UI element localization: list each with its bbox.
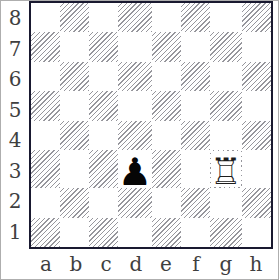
square-g4[interactable] xyxy=(210,121,242,150)
square-h2[interactable] xyxy=(242,188,271,217)
file-label-e: e xyxy=(151,249,181,279)
square-b4[interactable] xyxy=(60,121,89,150)
square-e8[interactable] xyxy=(152,3,181,32)
square-b3[interactable] xyxy=(60,150,89,188)
rank-label-7: 7 xyxy=(1,34,29,65)
square-h3[interactable] xyxy=(242,150,271,188)
square-h4[interactable] xyxy=(242,121,271,150)
square-h5[interactable] xyxy=(242,91,271,120)
square-f5[interactable] xyxy=(181,91,210,120)
square-e2[interactable] xyxy=(152,188,181,217)
square-b5[interactable] xyxy=(60,91,89,120)
square-c5[interactable] xyxy=(89,91,118,120)
square-a7[interactable] xyxy=(31,32,60,61)
square-d3[interactable]: ♟ xyxy=(118,150,152,188)
square-b8[interactable] xyxy=(60,3,89,32)
square-g1[interactable] xyxy=(210,218,242,247)
square-a4[interactable] xyxy=(31,121,60,150)
square-g8[interactable] xyxy=(210,3,242,32)
square-a3[interactable] xyxy=(31,150,60,188)
square-h1[interactable] xyxy=(242,218,271,247)
square-b6[interactable] xyxy=(60,62,89,91)
square-e4[interactable] xyxy=(152,121,181,150)
file-label-a: a xyxy=(31,249,61,279)
square-f2[interactable] xyxy=(181,188,210,217)
square-f1[interactable] xyxy=(181,218,210,247)
square-e1[interactable] xyxy=(152,218,181,247)
rank-label-4: 4 xyxy=(1,125,29,156)
rank-label-2: 2 xyxy=(1,186,29,217)
file-label-g: g xyxy=(211,249,241,279)
rank-label-6: 6 xyxy=(1,64,29,95)
file-label-h: h xyxy=(241,249,271,279)
square-f4[interactable] xyxy=(181,121,210,150)
square-e7[interactable] xyxy=(152,32,181,61)
square-f6[interactable] xyxy=(181,62,210,91)
square-d5[interactable] xyxy=(118,91,152,120)
square-h7[interactable] xyxy=(242,32,271,61)
square-c1[interactable] xyxy=(89,218,118,247)
chess-diagram: 87654321 ♟♖ abcdefgh xyxy=(0,0,279,280)
square-d7[interactable] xyxy=(118,32,152,61)
rank-label-8: 8 xyxy=(1,3,29,34)
square-d6[interactable] xyxy=(118,62,152,91)
square-f7[interactable] xyxy=(181,32,210,61)
square-c6[interactable] xyxy=(89,62,118,91)
square-g3[interactable]: ♖ xyxy=(210,150,242,188)
square-g6[interactable] xyxy=(210,62,242,91)
square-h6[interactable] xyxy=(242,62,271,91)
black-pawn[interactable]: ♟ xyxy=(118,153,152,191)
square-d8[interactable] xyxy=(118,3,152,32)
square-g7[interactable] xyxy=(210,32,242,61)
square-c8[interactable] xyxy=(89,3,118,32)
square-c7[interactable] xyxy=(89,32,118,61)
square-f8[interactable] xyxy=(181,3,210,32)
file-label-f: f xyxy=(181,249,211,279)
square-e3[interactable] xyxy=(152,150,181,188)
square-a5[interactable] xyxy=(31,91,60,120)
square-a8[interactable] xyxy=(31,3,60,32)
square-h8[interactable] xyxy=(242,3,271,32)
chess-board: ♟♖ xyxy=(29,1,273,249)
square-a1[interactable] xyxy=(31,218,60,247)
white-rook[interactable]: ♖ xyxy=(210,154,242,190)
file-label-d: d xyxy=(121,249,151,279)
square-c2[interactable] xyxy=(89,188,118,217)
square-b7[interactable] xyxy=(60,32,89,61)
square-b2[interactable] xyxy=(60,188,89,217)
square-c4[interactable] xyxy=(89,121,118,150)
file-label-c: c xyxy=(91,249,121,279)
rank-label-3: 3 xyxy=(1,156,29,187)
file-label-b: b xyxy=(61,249,91,279)
square-f3[interactable] xyxy=(181,150,210,188)
board-grid: ♟♖ xyxy=(31,3,271,247)
square-b1[interactable] xyxy=(60,218,89,247)
square-c3[interactable] xyxy=(89,150,118,188)
square-e5[interactable] xyxy=(152,91,181,120)
square-d1[interactable] xyxy=(118,218,152,247)
rank-label-5: 5 xyxy=(1,95,29,126)
square-a6[interactable] xyxy=(31,62,60,91)
square-a2[interactable] xyxy=(31,188,60,217)
square-g2[interactable] xyxy=(210,188,242,217)
square-e6[interactable] xyxy=(152,62,181,91)
rank-label-1: 1 xyxy=(1,217,29,248)
square-g5[interactable] xyxy=(210,91,242,120)
square-d4[interactable] xyxy=(118,121,152,150)
file-labels: abcdefgh xyxy=(31,249,271,279)
rank-labels: 87654321 xyxy=(1,3,29,247)
